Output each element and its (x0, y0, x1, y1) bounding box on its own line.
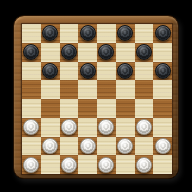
square-r4c3[interactable] (60, 80, 79, 99)
square-r2c4 (78, 43, 97, 62)
square-r7c4[interactable] (78, 137, 97, 156)
square-r3c2[interactable] (41, 62, 60, 81)
square-r6c5[interactable] (97, 118, 116, 137)
square-r2c1[interactable] (22, 43, 41, 62)
square-r4c7[interactable] (135, 80, 154, 99)
square-r4c2 (41, 80, 60, 99)
board-grid (21, 23, 173, 175)
checkers-board (13, 15, 179, 179)
square-r8c1[interactable] (22, 155, 41, 174)
light-piece[interactable] (98, 119, 114, 135)
square-r4c8 (153, 80, 172, 99)
square-r8c6 (116, 155, 135, 174)
dark-piece[interactable] (42, 63, 58, 79)
square-r3c8[interactable] (153, 62, 172, 81)
square-r5c2[interactable] (41, 99, 60, 118)
square-r5c7 (135, 99, 154, 118)
square-r1c1 (22, 24, 41, 43)
dark-piece[interactable] (117, 25, 133, 41)
square-r2c7[interactable] (135, 43, 154, 62)
square-r2c5[interactable] (97, 43, 116, 62)
dark-piece[interactable] (80, 25, 96, 41)
light-piece[interactable] (117, 138, 133, 154)
square-r7c1 (22, 137, 41, 156)
square-r3c6[interactable] (116, 62, 135, 81)
square-r2c3[interactable] (60, 43, 79, 62)
dark-piece[interactable] (23, 44, 39, 60)
square-r6c7[interactable] (135, 118, 154, 137)
square-r7c2[interactable] (41, 137, 60, 156)
square-r5c5 (97, 99, 116, 118)
light-piece[interactable] (23, 119, 39, 135)
square-r6c3[interactable] (60, 118, 79, 137)
square-r4c6 (116, 80, 135, 99)
square-r5c6[interactable] (116, 99, 135, 118)
square-r8c5[interactable] (97, 155, 116, 174)
square-r1c2[interactable] (41, 24, 60, 43)
square-r1c5 (97, 24, 116, 43)
light-piece[interactable] (136, 119, 152, 135)
square-r7c3 (60, 137, 79, 156)
light-piece[interactable] (155, 138, 171, 154)
square-r5c1 (22, 99, 41, 118)
square-r6c8 (153, 118, 172, 137)
square-r2c8 (153, 43, 172, 62)
square-r1c6[interactable] (116, 24, 135, 43)
square-r8c2 (41, 155, 60, 174)
square-r7c5 (97, 137, 116, 156)
square-r6c4 (78, 118, 97, 137)
square-r7c7 (135, 137, 154, 156)
square-r1c7 (135, 24, 154, 43)
square-r4c4 (78, 80, 97, 99)
light-piece[interactable] (42, 138, 58, 154)
dark-piece[interactable] (136, 44, 152, 60)
square-r5c8[interactable] (153, 99, 172, 118)
square-r5c4[interactable] (78, 99, 97, 118)
square-r6c6 (116, 118, 135, 137)
square-r2c6 (116, 43, 135, 62)
dark-piece[interactable] (98, 44, 114, 60)
dark-piece[interactable] (80, 63, 96, 79)
square-r8c7[interactable] (135, 155, 154, 174)
square-r4c5[interactable] (97, 80, 116, 99)
square-r1c4[interactable] (78, 24, 97, 43)
square-r6c2 (41, 118, 60, 137)
square-r7c8[interactable] (153, 137, 172, 156)
light-piece[interactable] (136, 157, 152, 173)
screen-background: { "game": "checkers", "variant": "Englis… (0, 0, 192, 192)
square-r5c3 (60, 99, 79, 118)
square-r4c1[interactable] (22, 80, 41, 99)
light-piece[interactable] (80, 138, 96, 154)
light-piece[interactable] (23, 157, 39, 173)
dark-piece[interactable] (117, 63, 133, 79)
square-r3c1 (22, 62, 41, 81)
square-r6c1[interactable] (22, 118, 41, 137)
square-r7c6[interactable] (116, 137, 135, 156)
square-r3c3 (60, 62, 79, 81)
light-piece[interactable] (61, 157, 77, 173)
square-r3c5 (97, 62, 116, 81)
light-piece[interactable] (61, 119, 77, 135)
dark-piece[interactable] (155, 25, 171, 41)
square-r8c3[interactable] (60, 155, 79, 174)
square-r2c2 (41, 43, 60, 62)
square-r1c3 (60, 24, 79, 43)
dark-piece[interactable] (61, 44, 77, 60)
dark-piece[interactable] (155, 63, 171, 79)
dark-piece[interactable] (42, 25, 58, 41)
square-r3c7 (135, 62, 154, 81)
square-r1c8[interactable] (153, 24, 172, 43)
square-r8c8 (153, 155, 172, 174)
square-r8c4 (78, 155, 97, 174)
light-piece[interactable] (98, 157, 114, 173)
square-r3c4[interactable] (78, 62, 97, 81)
